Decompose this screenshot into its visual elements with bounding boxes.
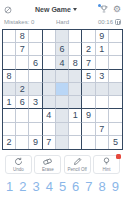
cell-r1c6[interactable] [69, 30, 82, 43]
pencil-icon [73, 157, 82, 166]
cell-r9c6[interactable] [69, 136, 82, 149]
cell-r3c9[interactable] [109, 56, 122, 69]
trophy-button[interactable] [100, 5, 108, 13]
cell-r3c4[interactable] [43, 56, 56, 69]
cell-r8c3[interactable] [29, 123, 42, 136]
cell-r8c6[interactable] [69, 123, 82, 136]
top-bar: New Game ⚙ [0, 0, 125, 16]
cell-r4c2[interactable] [16, 70, 29, 83]
cell-r7c2[interactable] [16, 109, 29, 122]
cell-r9c3[interactable]: 9 [29, 136, 42, 149]
cell-r1c1[interactable] [3, 30, 16, 43]
cell-r2c6[interactable] [69, 43, 82, 56]
cell-r8c7[interactable] [82, 123, 95, 136]
erase-button[interactable]: Erase [34, 155, 61, 174]
cell-r9c8[interactable] [96, 136, 109, 149]
difficulty-label: Hard [43, 19, 82, 25]
cell-r5c7[interactable] [82, 83, 95, 96]
new-game-label: New Game [35, 6, 71, 13]
cell-r7c5[interactable] [56, 109, 69, 122]
lightbulb-icon [102, 157, 111, 166]
cell-r6c4[interactable] [43, 96, 56, 109]
cell-r6c7[interactable] [82, 96, 95, 109]
cell-r7c9[interactable] [109, 109, 122, 122]
hint-button[interactable]: Hint [93, 155, 120, 174]
cell-r5c2[interactable]: 2 [16, 83, 29, 96]
cell-r7c6[interactable]: 1 [69, 109, 82, 122]
tool-label: Hint [102, 167, 110, 172]
cell-r5c4[interactable] [43, 83, 56, 96]
numpad-8[interactable]: 8 [99, 180, 106, 194]
numpad-4[interactable]: 4 [46, 180, 53, 194]
cell-r6c6[interactable] [69, 96, 82, 109]
cell-r6c9[interactable] [109, 96, 122, 109]
cell-r2c1[interactable] [3, 43, 16, 56]
cell-r1c2[interactable]: 8 [16, 30, 29, 43]
hint-badge [116, 154, 121, 159]
cell-r6c2[interactable]: 6 [16, 96, 29, 109]
toolbar: UndoErasePencil OffHint [0, 150, 125, 174]
cell-r9c7[interactable] [82, 136, 95, 149]
circle-slash-icon[interactable] [4, 0, 12, 18]
numpad-2[interactable]: 2 [19, 180, 26, 194]
cell-r3c6[interactable]: 8 [69, 56, 82, 69]
new-game-dropdown[interactable]: New Game [35, 6, 77, 13]
cell-r5c8[interactable] [96, 83, 109, 96]
undo-button[interactable]: Undo [5, 155, 32, 174]
tool-label: Erase [42, 167, 54, 172]
cell-r9c1[interactable]: 2 [3, 136, 16, 149]
cell-r8c2[interactable] [16, 123, 29, 136]
cell-r9c2[interactable] [16, 136, 29, 149]
number-pad: 123456789 [0, 174, 125, 194]
tool-label: Pencil Off [67, 167, 86, 172]
cell-r9c5[interactable] [56, 136, 69, 149]
cell-r7c4[interactable]: 4 [43, 109, 56, 122]
cell-r3c2[interactable] [16, 56, 29, 69]
cell-r4c9[interactable] [109, 70, 122, 83]
cell-r2c5[interactable]: 6 [56, 43, 69, 56]
cell-r6c8[interactable] [96, 96, 109, 109]
timer: 00:16 [98, 19, 113, 25]
cell-r3c1[interactable] [3, 56, 16, 69]
sudoku-board: 8976216487853216341972975 [2, 29, 123, 150]
settings-gear-button[interactable]: ⚙ [113, 5, 121, 14]
notification-dot [98, 4, 101, 7]
cell-r2c3[interactable] [29, 43, 42, 56]
cell-r7c7[interactable]: 9 [82, 109, 95, 122]
cell-r3c5[interactable]: 4 [56, 56, 69, 69]
eraser-icon [43, 157, 52, 166]
cell-r6c5[interactable] [56, 96, 69, 109]
cell-r8c5[interactable] [56, 123, 69, 136]
cell-r7c8[interactable] [96, 109, 109, 122]
cell-r8c1[interactable] [3, 123, 16, 136]
cell-r2c9[interactable] [109, 43, 122, 56]
cell-r1c3[interactable] [29, 30, 42, 43]
status-bar: Mistakes: 0 Hard 00:16 [0, 16, 125, 27]
cell-r1c8[interactable]: 9 [96, 30, 109, 43]
cell-r6c3[interactable]: 3 [29, 96, 42, 109]
cell-r3c3[interactable]: 6 [29, 56, 42, 69]
cell-r2c2[interactable]: 7 [16, 43, 29, 56]
cell-r2c7[interactable]: 2 [82, 43, 95, 56]
numpad-3[interactable]: 3 [32, 180, 39, 194]
cell-r2c8[interactable]: 1 [96, 43, 109, 56]
cell-r5c6[interactable] [69, 83, 82, 96]
cell-r5c9[interactable] [109, 83, 122, 96]
cell-r4c7[interactable]: 5 [82, 70, 95, 83]
undo-arrow-icon [14, 157, 23, 166]
numpad-7[interactable]: 7 [85, 180, 92, 194]
cell-r8c8[interactable]: 7 [96, 123, 109, 136]
cell-r7c3[interactable] [29, 109, 42, 122]
cell-r9c9[interactable]: 5 [109, 136, 122, 149]
cell-r1c4[interactable] [43, 30, 56, 43]
cell-r9c4[interactable]: 7 [43, 136, 56, 149]
cell-r3c8[interactable] [96, 56, 109, 69]
cell-r1c9[interactable] [109, 30, 122, 43]
pause-button[interactable] [115, 19, 121, 25]
mistakes-counter: Mistakes: 0 [4, 19, 43, 25]
chevron-down-icon [73, 8, 77, 11]
cell-r4c6[interactable] [69, 70, 82, 83]
cell-r8c9[interactable] [109, 123, 122, 136]
cell-r3c7[interactable]: 7 [82, 56, 95, 69]
cell-r6c1[interactable]: 1 [3, 96, 16, 109]
cell-r2c4[interactable] [43, 43, 56, 56]
cell-r4c5[interactable] [56, 70, 69, 83]
pencil-off-button[interactable]: Pencil Off [64, 155, 91, 174]
cell-r4c3[interactable] [29, 70, 42, 83]
cell-r4c4[interactable] [43, 70, 56, 83]
cell-r8c4[interactable] [43, 123, 56, 136]
cell-r1c5[interactable] [56, 30, 69, 43]
cell-r5c1[interactable] [3, 83, 16, 96]
cell-r5c5[interactable] [56, 83, 69, 96]
tool-label: Undo [13, 167, 24, 172]
numpad-6[interactable]: 6 [72, 180, 79, 194]
cell-r4c8[interactable]: 3 [96, 70, 109, 83]
cell-r1c7[interactable] [82, 30, 95, 43]
cell-r4c1[interactable]: 8 [3, 70, 16, 83]
numpad-1[interactable]: 1 [6, 180, 13, 194]
cell-r7c1[interactable] [3, 109, 16, 122]
numpad-9[interactable]: 9 [112, 180, 119, 194]
cell-r5c3[interactable] [29, 83, 42, 96]
numpad-5[interactable]: 5 [59, 180, 66, 194]
